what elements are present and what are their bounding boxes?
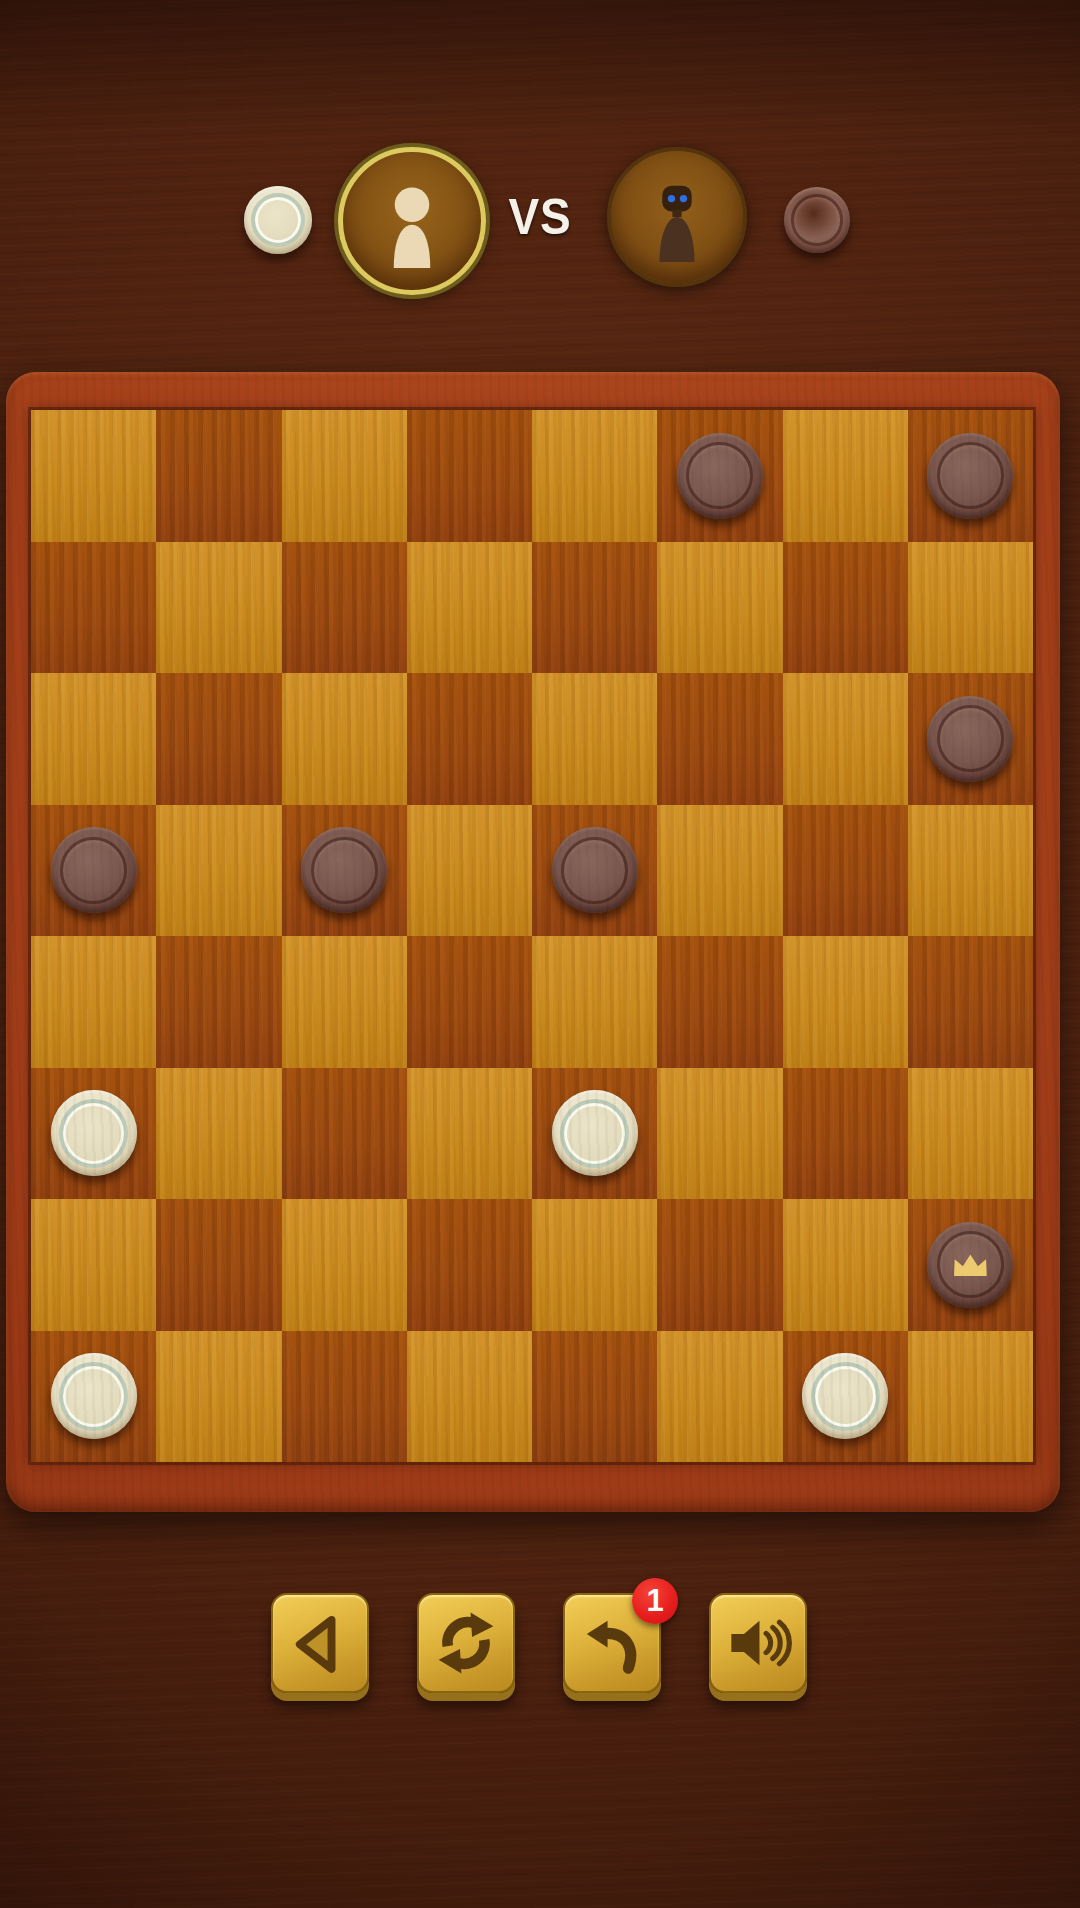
- square-r6c5[interactable]: [657, 1199, 782, 1331]
- square-r3c2[interactable]: [282, 805, 407, 937]
- square-r0c0: [31, 410, 156, 542]
- square-r6c3[interactable]: [407, 1199, 532, 1331]
- square-r4c0: [31, 936, 156, 1068]
- square-r5c3: [407, 1068, 532, 1200]
- speaker-sound-icon: [721, 1606, 795, 1680]
- square-r2c1[interactable]: [156, 673, 281, 805]
- square-r2c7[interactable]: [908, 673, 1033, 805]
- board-frame: [6, 372, 1060, 1512]
- black-man-piece[interactable]: [552, 827, 638, 913]
- crown-icon: [954, 1254, 987, 1276]
- white-side-checker-indicator: [244, 186, 312, 254]
- square-r7c4[interactable]: [532, 1331, 657, 1463]
- square-r3c6[interactable]: [783, 805, 908, 937]
- square-r1c1: [156, 542, 281, 674]
- back-triangle-icon: [284, 1607, 356, 1679]
- square-r1c7: [908, 542, 1033, 674]
- black-man-piece[interactable]: [677, 433, 763, 519]
- square-r2c6: [783, 673, 908, 805]
- square-r4c1[interactable]: [156, 936, 281, 1068]
- match-header: VS: [0, 0, 1080, 330]
- black-king-piece[interactable]: [927, 1222, 1013, 1308]
- square-r1c5: [657, 542, 782, 674]
- square-r0c6: [783, 410, 908, 542]
- white-man-piece[interactable]: [51, 1353, 137, 1439]
- square-r0c3[interactable]: [407, 410, 532, 542]
- game-screen: VS: [0, 0, 1080, 1908]
- square-r3c5: [657, 805, 782, 937]
- square-r6c1[interactable]: [156, 1199, 281, 1331]
- square-r1c4[interactable]: [532, 542, 657, 674]
- black-man-piece[interactable]: [927, 433, 1013, 519]
- square-r3c0[interactable]: [31, 805, 156, 937]
- square-r0c7[interactable]: [908, 410, 1033, 542]
- black-man-piece[interactable]: [301, 827, 387, 913]
- square-r3c1: [156, 805, 281, 937]
- person-icon: [364, 177, 460, 273]
- sound-button[interactable]: [709, 1593, 807, 1693]
- white-man-piece[interactable]: [802, 1353, 888, 1439]
- white-man-piece[interactable]: [552, 1090, 638, 1176]
- restart-arrows-icon: [428, 1605, 504, 1681]
- square-r2c4: [532, 673, 657, 805]
- square-r1c0[interactable]: [31, 542, 156, 674]
- square-r5c5: [657, 1068, 782, 1200]
- robot-player-avatar: [607, 147, 747, 287]
- square-r0c5[interactable]: [657, 410, 782, 542]
- square-r3c3: [407, 805, 532, 937]
- square-r2c5[interactable]: [657, 673, 782, 805]
- square-r5c4[interactable]: [532, 1068, 657, 1200]
- checkers-board: [31, 410, 1033, 1462]
- square-r6c4: [532, 1199, 657, 1331]
- restart-button[interactable]: [417, 1593, 515, 1693]
- square-r7c3: [407, 1331, 532, 1463]
- square-r2c2: [282, 673, 407, 805]
- square-r4c3[interactable]: [407, 936, 532, 1068]
- square-r4c6: [783, 936, 908, 1068]
- undo-count-badge: 1: [632, 1578, 678, 1624]
- black-man-piece[interactable]: [51, 827, 137, 913]
- square-r1c3: [407, 542, 532, 674]
- square-r3c4[interactable]: [532, 805, 657, 937]
- square-r5c1: [156, 1068, 281, 1200]
- square-r4c7[interactable]: [908, 936, 1033, 1068]
- square-r7c5: [657, 1331, 782, 1463]
- vs-label: VS: [490, 188, 589, 246]
- square-r4c4: [532, 936, 657, 1068]
- square-r4c5[interactable]: [657, 936, 782, 1068]
- square-r7c0[interactable]: [31, 1331, 156, 1463]
- square-r6c2: [282, 1199, 407, 1331]
- square-r2c3[interactable]: [407, 673, 532, 805]
- black-man-piece[interactable]: [927, 696, 1013, 782]
- square-r5c7: [908, 1068, 1033, 1200]
- square-r5c0[interactable]: [31, 1068, 156, 1200]
- square-r0c4: [532, 410, 657, 542]
- square-r1c2[interactable]: [282, 542, 407, 674]
- square-r0c2: [282, 410, 407, 542]
- square-r1c6[interactable]: [783, 542, 908, 674]
- square-r7c6[interactable]: [783, 1331, 908, 1463]
- square-r5c6[interactable]: [783, 1068, 908, 1200]
- dark-side-checker-indicator: [784, 187, 850, 253]
- square-r3c7: [908, 805, 1033, 937]
- white-player-avatar: [338, 147, 486, 295]
- back-button[interactable]: [271, 1593, 369, 1693]
- robot-icon: [631, 175, 723, 267]
- square-r6c0: [31, 1199, 156, 1331]
- square-r7c1: [156, 1331, 281, 1463]
- square-r0c1[interactable]: [156, 410, 281, 542]
- square-r6c6: [783, 1199, 908, 1331]
- square-r7c2[interactable]: [282, 1331, 407, 1463]
- square-r2c0: [31, 673, 156, 805]
- square-r7c7: [908, 1331, 1033, 1463]
- square-r5c2[interactable]: [282, 1068, 407, 1200]
- square-r4c2: [282, 936, 407, 1068]
- white-man-piece[interactable]: [51, 1090, 137, 1176]
- square-r6c7[interactable]: [908, 1199, 1033, 1331]
